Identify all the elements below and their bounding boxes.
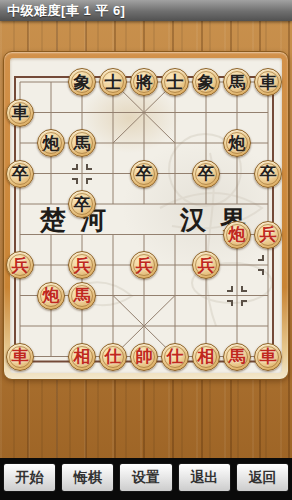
piece-glyph: 馬 — [229, 74, 246, 91]
piece-black-general[interactable]: 將 — [130, 68, 158, 96]
piece-red-chariot[interactable]: 車 — [254, 343, 282, 371]
piece-red-cannon[interactable]: 炮 — [37, 282, 65, 310]
piece-black-elephant[interactable]: 象 — [192, 68, 220, 96]
piece-glyph: 馬 — [229, 348, 246, 365]
piece-red-pawn[interactable]: 兵 — [68, 251, 96, 279]
piece-glyph: 兵 — [12, 257, 29, 274]
piece-glyph: 車 — [260, 74, 277, 91]
piece-glyph: 仕 — [105, 348, 122, 365]
piece-glyph: 兵 — [136, 257, 153, 274]
piece-red-horse[interactable]: 馬 — [68, 282, 96, 310]
piece-glyph: 炮 — [43, 135, 60, 152]
piece-glyph: 兵 — [74, 257, 91, 274]
piece-black-advisor[interactable]: 士 — [99, 68, 127, 96]
piece-black-chariot[interactable]: 車 — [6, 99, 34, 127]
piece-glyph: 象 — [74, 74, 91, 91]
piece-red-elephant[interactable]: 相 — [192, 343, 220, 371]
piece-glyph: 相 — [74, 348, 91, 365]
piece-black-pawn[interactable]: 卒 — [68, 190, 96, 218]
piece-glyph: 帥 — [136, 348, 153, 365]
piece-red-cannon[interactable]: 炮 — [223, 221, 251, 249]
piece-glyph: 兵 — [260, 226, 277, 243]
title-bar: 中级难度[車 1 平 6] — [0, 0, 292, 21]
piece-glyph: 炮 — [229, 135, 246, 152]
piece-glyph: 炮 — [229, 226, 246, 243]
piece-glyph: 士 — [105, 74, 122, 91]
piece-red-horse[interactable]: 馬 — [223, 343, 251, 371]
piece-black-pawn[interactable]: 卒 — [192, 160, 220, 188]
piece-glyph: 兵 — [198, 257, 215, 274]
undo-button[interactable]: 悔棋 — [61, 463, 114, 492]
piece-glyph: 士 — [167, 74, 184, 91]
piece-glyph: 車 — [12, 348, 29, 365]
piece-black-pawn[interactable]: 卒 — [130, 160, 158, 188]
piece-red-pawn[interactable]: 兵 — [130, 251, 158, 279]
piece-red-chariot[interactable]: 車 — [6, 343, 34, 371]
xiangqi-board[interactable]: 楚河 汉界 象士將士象馬車車炮馬炮卒卒卒卒卒炮兵兵兵兵兵炮馬車相仕帥仕相馬車 — [10, 58, 282, 373]
settings-button[interactable]: 设置 — [119, 463, 172, 492]
piece-red-pawn[interactable]: 兵 — [254, 221, 282, 249]
piece-black-cannon[interactable]: 炮 — [223, 129, 251, 157]
piece-red-pawn[interactable]: 兵 — [192, 251, 220, 279]
piece-glyph: 車 — [260, 348, 277, 365]
back-button[interactable]: 返回 — [236, 463, 289, 492]
piece-black-advisor[interactable]: 士 — [161, 68, 189, 96]
piece-red-elephant[interactable]: 相 — [68, 343, 96, 371]
piece-glyph: 卒 — [74, 196, 91, 213]
start-button[interactable]: 开始 — [3, 463, 56, 492]
piece-glyph: 馬 — [74, 287, 91, 304]
piece-glyph: 相 — [198, 348, 215, 365]
exit-button[interactable]: 退出 — [178, 463, 231, 492]
piece-glyph: 卒 — [198, 165, 215, 182]
piece-glyph: 象 — [198, 74, 215, 91]
piece-glyph: 車 — [12, 104, 29, 121]
piece-red-general[interactable]: 帥 — [130, 343, 158, 371]
app-screen: 中级难度[車 1 平 6] — [0, 0, 292, 500]
piece-glyph: 仕 — [167, 348, 184, 365]
piece-black-cannon[interactable]: 炮 — [37, 129, 65, 157]
piece-red-advisor[interactable]: 仕 — [99, 343, 127, 371]
xiangqi-board-frame: 楚河 汉界 象士將士象馬車車炮馬炮卒卒卒卒卒炮兵兵兵兵兵炮馬車相仕帥仕相馬車 — [3, 51, 289, 380]
piece-black-pawn[interactable]: 卒 — [6, 160, 34, 188]
piece-glyph: 卒 — [136, 165, 153, 182]
piece-red-advisor[interactable]: 仕 — [161, 343, 189, 371]
title-text: 中级难度[車 1 平 6] — [7, 3, 125, 18]
piece-black-elephant[interactable]: 象 — [68, 68, 96, 96]
piece-glyph: 將 — [136, 74, 153, 91]
piece-red-pawn[interactable]: 兵 — [6, 251, 34, 279]
bottom-toolbar: 开始 悔棋 设置 退出 返回 — [0, 458, 292, 500]
piece-black-chariot[interactable]: 車 — [254, 68, 282, 96]
piece-black-pawn[interactable]: 卒 — [254, 160, 282, 188]
piece-glyph: 馬 — [74, 135, 91, 152]
piece-glyph: 卒 — [12, 165, 29, 182]
piece-black-horse[interactable]: 馬 — [68, 129, 96, 157]
piece-black-horse[interactable]: 馬 — [223, 68, 251, 96]
piece-glyph: 卒 — [260, 165, 277, 182]
piece-glyph: 炮 — [43, 287, 60, 304]
